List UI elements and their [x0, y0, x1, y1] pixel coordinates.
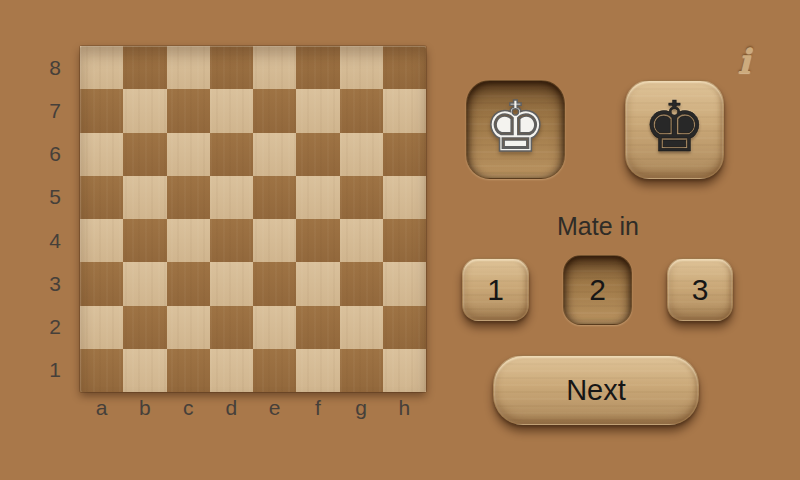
square-h2[interactable]: [383, 306, 426, 349]
square-h1[interactable]: [383, 349, 426, 392]
square-e5[interactable]: [253, 176, 296, 219]
square-a6[interactable]: [80, 133, 123, 176]
rank-labels: 87654321: [38, 46, 72, 392]
square-c1[interactable]: [167, 349, 210, 392]
square-d4[interactable]: [210, 219, 253, 262]
mate-in-3-button[interactable]: 3: [667, 258, 733, 321]
square-a4[interactable]: [80, 219, 123, 262]
square-a1[interactable]: [80, 349, 123, 392]
square-f4[interactable]: [296, 219, 339, 262]
file-label-h: h: [383, 394, 426, 422]
square-g5[interactable]: [340, 176, 383, 219]
square-h7[interactable]: [383, 89, 426, 132]
square-a3[interactable]: [80, 262, 123, 305]
square-g3[interactable]: [340, 262, 383, 305]
rank-label-8: 8: [38, 46, 72, 89]
square-b4[interactable]: [123, 219, 166, 262]
black-king-icon: ♚: [643, 92, 706, 162]
square-b6[interactable]: [123, 133, 166, 176]
square-h3[interactable]: [383, 262, 426, 305]
square-g1[interactable]: [340, 349, 383, 392]
square-c7[interactable]: [167, 89, 210, 132]
square-g2[interactable]: [340, 306, 383, 349]
square-h4[interactable]: [383, 219, 426, 262]
square-d2[interactable]: [210, 306, 253, 349]
square-f5[interactable]: [296, 176, 339, 219]
rank-label-3: 3: [38, 262, 72, 305]
next-button[interactable]: Next: [493, 355, 699, 425]
white-king-icon: ♚: [484, 92, 547, 162]
square-f2[interactable]: [296, 306, 339, 349]
square-c8[interactable]: [167, 46, 210, 89]
square-e1[interactable]: [253, 349, 296, 392]
file-label-f: f: [296, 394, 339, 422]
square-h8[interactable]: [383, 46, 426, 89]
square-b8[interactable]: [123, 46, 166, 89]
square-h5[interactable]: [383, 176, 426, 219]
square-a7[interactable]: [80, 89, 123, 132]
mate-in-2-button[interactable]: 2: [563, 255, 632, 325]
square-c3[interactable]: [167, 262, 210, 305]
rank-label-6: 6: [38, 133, 72, 176]
white-to-move-button[interactable]: ♚: [466, 80, 565, 179]
square-c4[interactable]: [167, 219, 210, 262]
rank-label-4: 4: [38, 219, 72, 262]
chess-board: [80, 46, 426, 392]
mate-in-1-button[interactable]: 1: [462, 258, 529, 321]
square-f7[interactable]: [296, 89, 339, 132]
square-d5[interactable]: [210, 176, 253, 219]
square-f8[interactable]: [296, 46, 339, 89]
square-b3[interactable]: [123, 262, 166, 305]
square-b1[interactable]: [123, 349, 166, 392]
square-e3[interactable]: [253, 262, 296, 305]
rank-label-2: 2: [38, 306, 72, 349]
square-g8[interactable]: [340, 46, 383, 89]
square-d3[interactable]: [210, 262, 253, 305]
square-e7[interactable]: [253, 89, 296, 132]
square-c5[interactable]: [167, 176, 210, 219]
file-label-d: d: [210, 394, 253, 422]
square-e6[interactable]: [253, 133, 296, 176]
mate-in-label: Mate in: [462, 212, 734, 241]
square-b7[interactable]: [123, 89, 166, 132]
square-d8[interactable]: [210, 46, 253, 89]
rank-label-1: 1: [38, 349, 72, 392]
square-b2[interactable]: [123, 306, 166, 349]
square-b5[interactable]: [123, 176, 166, 219]
file-label-a: a: [80, 394, 123, 422]
black-to-move-button[interactable]: ♚: [625, 80, 724, 179]
square-a8[interactable]: [80, 46, 123, 89]
square-f1[interactable]: [296, 349, 339, 392]
square-f6[interactable]: [296, 133, 339, 176]
square-e2[interactable]: [253, 306, 296, 349]
square-g4[interactable]: [340, 219, 383, 262]
file-labels: abcdefgh: [80, 394, 426, 422]
square-a5[interactable]: [80, 176, 123, 219]
file-label-e: e: [253, 394, 296, 422]
square-d7[interactable]: [210, 89, 253, 132]
file-label-b: b: [123, 394, 166, 422]
square-d1[interactable]: [210, 349, 253, 392]
square-d6[interactable]: [210, 133, 253, 176]
file-label-c: c: [167, 394, 210, 422]
square-c6[interactable]: [167, 133, 210, 176]
square-h6[interactable]: [383, 133, 426, 176]
square-c2[interactable]: [167, 306, 210, 349]
square-g7[interactable]: [340, 89, 383, 132]
square-f3[interactable]: [296, 262, 339, 305]
rank-label-7: 7: [38, 89, 72, 132]
square-e4[interactable]: [253, 219, 296, 262]
file-label-g: g: [340, 394, 383, 422]
info-icon[interactable]: i: [726, 40, 762, 82]
square-g6[interactable]: [340, 133, 383, 176]
square-a2[interactable]: [80, 306, 123, 349]
square-e8[interactable]: [253, 46, 296, 89]
rank-label-5: 5: [38, 176, 72, 219]
